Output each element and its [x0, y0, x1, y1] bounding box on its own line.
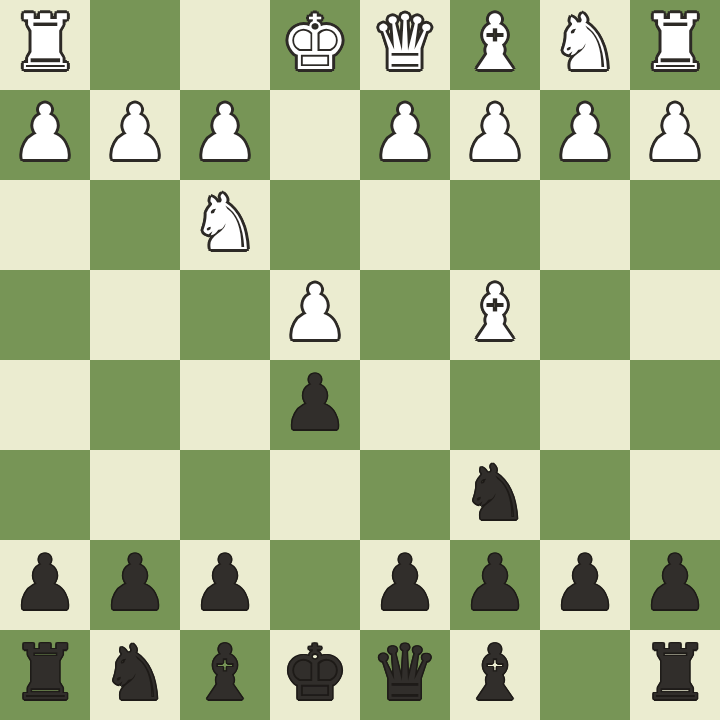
square-a1[interactable]: ♜	[630, 0, 720, 90]
square-g1[interactable]	[90, 0, 180, 90]
square-f6[interactable]	[180, 450, 270, 540]
chess-board: ♜♚♛♝♞♜♟♟♟♟♟♟♟♞♟♝♟♞♟♟♟♟♟♟♟♜♞♝♚♛♝♜	[0, 0, 720, 720]
piece-white-rook[interactable]: ♜	[11, 0, 79, 88]
piece-white-knight[interactable]: ♞	[551, 0, 619, 88]
square-d4[interactable]	[360, 270, 450, 360]
piece-white-pawn[interactable]: ♟	[101, 88, 169, 178]
square-f5[interactable]	[180, 360, 270, 450]
piece-white-queen[interactable]: ♛	[371, 0, 439, 88]
square-h2[interactable]: ♟	[0, 90, 90, 180]
square-b5[interactable]	[540, 360, 630, 450]
square-d6[interactable]	[360, 450, 450, 540]
square-h8[interactable]: ♜	[0, 630, 90, 720]
square-c1[interactable]: ♝	[450, 0, 540, 90]
square-e4[interactable]: ♟	[270, 270, 360, 360]
piece-black-pawn[interactable]: ♟	[191, 538, 259, 628]
piece-white-pawn[interactable]: ♟	[461, 88, 529, 178]
piece-white-pawn[interactable]: ♟	[281, 268, 349, 358]
square-e3[interactable]	[270, 180, 360, 270]
square-a6[interactable]	[630, 450, 720, 540]
square-c4[interactable]: ♝	[450, 270, 540, 360]
piece-white-pawn[interactable]: ♟	[191, 88, 259, 178]
piece-black-bishop[interactable]: ♝	[461, 628, 529, 718]
piece-black-queen[interactable]: ♛	[371, 628, 439, 718]
square-b3[interactable]	[540, 180, 630, 270]
square-c8[interactable]: ♝	[450, 630, 540, 720]
square-e2[interactable]	[270, 90, 360, 180]
piece-white-pawn[interactable]: ♟	[371, 88, 439, 178]
square-g5[interactable]	[90, 360, 180, 450]
square-e1[interactable]: ♚	[270, 0, 360, 90]
piece-black-pawn[interactable]: ♟	[461, 538, 529, 628]
piece-black-rook[interactable]: ♜	[11, 628, 79, 718]
piece-white-pawn[interactable]: ♟	[551, 88, 619, 178]
square-a2[interactable]: ♟	[630, 90, 720, 180]
square-f8[interactable]: ♝	[180, 630, 270, 720]
piece-white-pawn[interactable]: ♟	[11, 88, 79, 178]
square-h5[interactable]	[0, 360, 90, 450]
square-d2[interactable]: ♟	[360, 90, 450, 180]
square-d3[interactable]	[360, 180, 450, 270]
square-e5[interactable]: ♟	[270, 360, 360, 450]
piece-white-pawn[interactable]: ♟	[641, 88, 709, 178]
square-e6[interactable]	[270, 450, 360, 540]
square-a5[interactable]	[630, 360, 720, 450]
square-a4[interactable]	[630, 270, 720, 360]
piece-black-king[interactable]: ♚	[281, 628, 349, 718]
square-g8[interactable]: ♞	[90, 630, 180, 720]
piece-black-pawn[interactable]: ♟	[101, 538, 169, 628]
square-c6[interactable]: ♞	[450, 450, 540, 540]
square-b1[interactable]: ♞	[540, 0, 630, 90]
piece-black-knight[interactable]: ♞	[101, 628, 169, 718]
piece-black-pawn[interactable]: ♟	[371, 538, 439, 628]
square-c2[interactable]: ♟	[450, 90, 540, 180]
square-c7[interactable]: ♟	[450, 540, 540, 630]
piece-black-knight[interactable]: ♞	[461, 448, 529, 538]
square-h7[interactable]: ♟	[0, 540, 90, 630]
square-b2[interactable]: ♟	[540, 90, 630, 180]
square-d1[interactable]: ♛	[360, 0, 450, 90]
piece-white-knight[interactable]: ♞	[191, 178, 259, 268]
square-g6[interactable]	[90, 450, 180, 540]
square-h3[interactable]	[0, 180, 90, 270]
square-d8[interactable]: ♛	[360, 630, 450, 720]
square-b6[interactable]	[540, 450, 630, 540]
square-f3[interactable]: ♞	[180, 180, 270, 270]
piece-black-pawn[interactable]: ♟	[281, 358, 349, 448]
piece-white-bishop[interactable]: ♝	[461, 268, 529, 358]
square-b4[interactable]	[540, 270, 630, 360]
square-b7[interactable]: ♟	[540, 540, 630, 630]
square-e7[interactable]	[270, 540, 360, 630]
square-c3[interactable]	[450, 180, 540, 270]
square-d5[interactable]	[360, 360, 450, 450]
square-d7[interactable]: ♟	[360, 540, 450, 630]
square-g4[interactable]	[90, 270, 180, 360]
square-c5[interactable]	[450, 360, 540, 450]
square-g7[interactable]: ♟	[90, 540, 180, 630]
square-a8[interactable]: ♜	[630, 630, 720, 720]
square-g3[interactable]	[90, 180, 180, 270]
square-a7[interactable]: ♟	[630, 540, 720, 630]
square-e8[interactable]: ♚	[270, 630, 360, 720]
piece-white-rook[interactable]: ♜	[641, 0, 709, 88]
piece-black-pawn[interactable]: ♟	[551, 538, 619, 628]
square-a3[interactable]	[630, 180, 720, 270]
square-f7[interactable]: ♟	[180, 540, 270, 630]
piece-black-pawn[interactable]: ♟	[11, 538, 79, 628]
piece-black-pawn[interactable]: ♟	[641, 538, 709, 628]
square-h6[interactable]	[0, 450, 90, 540]
square-h4[interactable]	[0, 270, 90, 360]
piece-white-bishop[interactable]: ♝	[461, 0, 529, 88]
square-b8[interactable]	[540, 630, 630, 720]
square-f1[interactable]	[180, 0, 270, 90]
square-f4[interactable]	[180, 270, 270, 360]
piece-black-bishop[interactable]: ♝	[191, 628, 259, 718]
square-h1[interactable]: ♜	[0, 0, 90, 90]
piece-black-rook[interactable]: ♜	[641, 628, 709, 718]
square-g2[interactable]: ♟	[90, 90, 180, 180]
square-f2[interactable]: ♟	[180, 90, 270, 180]
piece-white-king[interactable]: ♚	[281, 0, 349, 88]
